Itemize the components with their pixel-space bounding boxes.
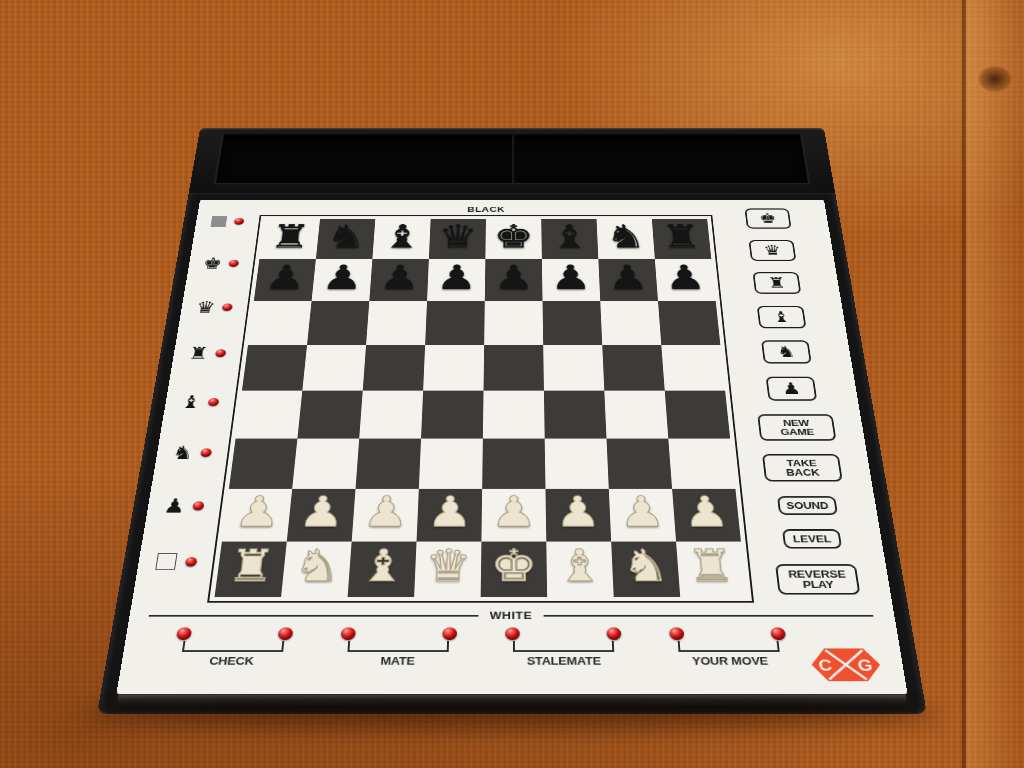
stalemate-indicator-bracket bbox=[513, 641, 614, 652]
white-square-icon bbox=[155, 554, 177, 571]
stalemate-indicator-led-left bbox=[505, 627, 520, 640]
white-knight-piece: ♞ bbox=[620, 544, 670, 588]
knight-indicator: ♞ bbox=[170, 443, 219, 461]
stalemate-indicator-label: STALEMATE bbox=[501, 654, 626, 667]
king-button[interactable]: ♚ bbox=[745, 208, 792, 228]
bishop-button[interactable]: ♝ bbox=[757, 306, 807, 328]
square-c6[interactable] bbox=[366, 301, 427, 345]
square-b1[interactable]: ♞ bbox=[281, 542, 352, 597]
knight-icon: ♞ bbox=[170, 444, 196, 461]
black-king-piece: ♚ bbox=[493, 221, 533, 253]
white-pawn-piece: ♟ bbox=[554, 491, 601, 533]
device-shadow bbox=[80, 698, 943, 729]
status-indicators: CHECKMATESTALEMATEYOUR MOVE bbox=[135, 622, 888, 668]
square-c8[interactable]: ♝ bbox=[372, 219, 430, 259]
square-a1[interactable]: ♜ bbox=[215, 542, 287, 597]
pawn-icon: ♟ bbox=[161, 497, 188, 515]
wood-plank bbox=[966, 0, 1024, 768]
black-rook-piece: ♜ bbox=[660, 221, 703, 253]
king-indicator: ♚ bbox=[201, 256, 245, 271]
square-h1[interactable]: ♜ bbox=[676, 542, 747, 597]
white-pawn-piece: ♟ bbox=[681, 491, 731, 533]
square-h5[interactable] bbox=[661, 345, 725, 391]
black-side-label: BLACK bbox=[260, 205, 713, 215]
square-e2[interactable]: ♟ bbox=[481, 489, 546, 542]
black-square-indicator-led bbox=[234, 218, 244, 225]
square-d2[interactable]: ♟ bbox=[417, 489, 483, 542]
square-h7[interactable]: ♟ bbox=[655, 259, 716, 301]
wooden-table: ♚♛♜♝♞♟ BLACK ♜♞♝♛♚♝♞♜♟♟♟♟♟♟♟♟♟♟♟♟♟♟♟♟♜♞♝… bbox=[0, 0, 1024, 768]
board-area: BLACK ♜♞♝♛♚♝♞♜♟♟♟♟♟♟♟♟♟♟♟♟♟♟♟♟♜♞♝♛♚♝♞♜ bbox=[207, 205, 754, 603]
your-move-indicator-led-right bbox=[770, 627, 786, 640]
check-indicator-label: CHECK bbox=[168, 654, 295, 667]
king-icon: ♚ bbox=[759, 212, 778, 225]
white-bishop-piece: ♝ bbox=[556, 544, 604, 588]
square-g7[interactable]: ♟ bbox=[598, 259, 658, 301]
board-frame: ♜♞♝♛♚♝♞♜♟♟♟♟♟♟♟♟♟♟♟♟♟♟♟♟♜♞♝♛♚♝♞♜ bbox=[207, 215, 754, 603]
black-pawn-piece: ♟ bbox=[320, 261, 364, 294]
mate-indicator-leds bbox=[337, 627, 461, 640]
square-e8[interactable]: ♚ bbox=[485, 219, 541, 259]
square-d7[interactable]: ♟ bbox=[427, 259, 485, 301]
your-move-indicator-bracket bbox=[678, 641, 780, 652]
rook-button[interactable]: ♜ bbox=[753, 272, 802, 294]
square-b5[interactable] bbox=[302, 345, 366, 391]
your-move-indicator-leds bbox=[665, 627, 790, 640]
status-divider: WHITE bbox=[142, 609, 880, 621]
chess-computer: ♚♛♜♝♞♟ BLACK ♜♞♝♛♚♝♞♜♟♟♟♟♟♟♟♟♟♟♟♟♟♟♟♟♜♞♝… bbox=[97, 128, 927, 714]
square-c1[interactable]: ♝ bbox=[348, 542, 417, 597]
square-b8[interactable]: ♞ bbox=[316, 219, 375, 259]
square-d4[interactable] bbox=[421, 391, 483, 439]
square-g8[interactable]: ♞ bbox=[597, 219, 655, 259]
white-square-indicator-led bbox=[185, 557, 198, 566]
queen-indicator: ♛ bbox=[194, 299, 239, 315]
white-pawn-piece: ♟ bbox=[297, 491, 347, 533]
black-rook-piece: ♜ bbox=[268, 221, 312, 253]
check-indicator-leds bbox=[172, 627, 297, 640]
rook-indicator-led bbox=[215, 350, 226, 358]
black-knight-piece: ♞ bbox=[604, 221, 646, 253]
check-indicator-led-left bbox=[176, 627, 192, 640]
svg-text:G: G bbox=[856, 656, 873, 674]
square-f3[interactable] bbox=[545, 439, 609, 489]
knight-indicator-led bbox=[200, 448, 212, 457]
square-f2[interactable]: ♟ bbox=[545, 489, 611, 542]
square-a3[interactable] bbox=[229, 439, 297, 489]
new-game-button[interactable]: NEW GAME bbox=[757, 414, 836, 440]
square-c7[interactable]: ♟ bbox=[369, 259, 429, 301]
knight-icon: ♞ bbox=[776, 344, 796, 359]
square-f4[interactable] bbox=[544, 391, 607, 439]
black-square-icon bbox=[211, 216, 228, 227]
square-f7[interactable]: ♟ bbox=[542, 259, 600, 301]
square-h4[interactable] bbox=[665, 391, 730, 439]
square-a6[interactable] bbox=[248, 301, 312, 345]
check-indicator-led-right bbox=[278, 627, 294, 640]
black-pawn-piece: ♟ bbox=[435, 261, 477, 294]
square-g1[interactable]: ♞ bbox=[611, 542, 680, 597]
square-c2[interactable]: ♟ bbox=[352, 489, 419, 542]
cxg-logo: C G bbox=[806, 644, 886, 685]
black-pawn-piece: ♟ bbox=[263, 261, 308, 294]
check-indicator: CHECK bbox=[168, 627, 297, 667]
queen-button[interactable]: ♛ bbox=[748, 240, 796, 261]
level-button[interactable]: LEVEL bbox=[782, 530, 842, 549]
black-pawn-piece: ♟ bbox=[606, 261, 649, 294]
white-rook-piece: ♜ bbox=[225, 544, 277, 588]
square-a2[interactable]: ♟ bbox=[222, 489, 292, 542]
black-pawn-piece: ♟ bbox=[663, 261, 707, 294]
square-f1[interactable]: ♝ bbox=[546, 542, 613, 597]
reverse-play-button[interactable]: REVERSE PLAY bbox=[775, 564, 860, 594]
rook-icon: ♜ bbox=[767, 276, 787, 290]
square-c4[interactable] bbox=[359, 391, 423, 439]
square-a4[interactable] bbox=[236, 391, 303, 439]
your-move-indicator-label: YOUR MOVE bbox=[667, 654, 793, 667]
square-c3[interactable] bbox=[356, 439, 422, 489]
stalemate-indicator-led-right bbox=[606, 627, 621, 640]
square-d8[interactable]: ♛ bbox=[429, 219, 486, 259]
white-side-label: WHITE bbox=[490, 609, 533, 621]
device-frame: ♚♛♜♝♞♟ BLACK ♜♞♝♛♚♝♞♜♟♟♟♟♟♟♟♟♟♟♟♟♟♟♟♟♜♞♝… bbox=[97, 193, 927, 714]
square-c5[interactable] bbox=[363, 345, 425, 391]
pawn-indicator: ♟ bbox=[161, 496, 211, 515]
your-move-indicator-led-left bbox=[669, 627, 684, 640]
square-h3[interactable] bbox=[668, 439, 735, 489]
square-g5[interactable] bbox=[602, 345, 664, 391]
stalemate-indicator-leds bbox=[501, 627, 625, 640]
black-pawn-piece: ♟ bbox=[493, 261, 534, 294]
white-pawn-piece: ♟ bbox=[618, 491, 666, 533]
square-b7[interactable]: ♟ bbox=[312, 259, 373, 301]
divider-line-left bbox=[149, 615, 479, 617]
pawn-icon: ♟ bbox=[781, 381, 802, 397]
chess-board: ♜♞♝♛♚♝♞♜♟♟♟♟♟♟♟♟♟♟♟♟♟♟♟♟♜♞♝♛♚♝♞♜ bbox=[215, 219, 747, 597]
square-a5[interactable] bbox=[242, 345, 307, 391]
square-e4[interactable] bbox=[483, 391, 545, 439]
square-a8[interactable]: ♜ bbox=[259, 219, 320, 259]
rook-icon: ♜ bbox=[186, 346, 210, 361]
square-b6[interactable] bbox=[307, 301, 369, 345]
bishop-indicator: ♝ bbox=[178, 393, 226, 411]
mate-indicator-label: MATE bbox=[335, 654, 461, 667]
white-pawn-piece: ♟ bbox=[232, 491, 283, 533]
white-square-indicator bbox=[152, 552, 204, 572]
white-bishop-piece: ♝ bbox=[358, 544, 408, 588]
square-e7[interactable]: ♟ bbox=[485, 259, 543, 301]
mate-indicator: MATE bbox=[335, 627, 461, 667]
square-e3[interactable] bbox=[482, 439, 545, 489]
sound-button[interactable]: SOUND bbox=[777, 496, 838, 515]
square-d6[interactable] bbox=[425, 301, 485, 345]
king-indicator-led bbox=[228, 260, 239, 267]
mate-indicator-bracket bbox=[347, 641, 449, 652]
pawn-indicator-led bbox=[192, 501, 204, 510]
square-g6[interactable] bbox=[600, 301, 661, 345]
pawn-button[interactable]: ♟ bbox=[766, 377, 818, 401]
king-icon: ♚ bbox=[201, 256, 224, 270]
square-b2[interactable]: ♟ bbox=[287, 489, 356, 542]
tray-divider bbox=[512, 135, 514, 182]
wood-plank-seam bbox=[962, 0, 966, 768]
mate-indicator-led-left bbox=[341, 627, 356, 640]
divider-line-right bbox=[544, 615, 874, 617]
black-queen-piece: ♛ bbox=[437, 221, 478, 253]
white-pawn-piece: ♟ bbox=[426, 491, 473, 533]
black-knight-piece: ♞ bbox=[324, 221, 367, 253]
square-d1[interactable]: ♛ bbox=[414, 542, 481, 597]
black-bishop-piece: ♝ bbox=[549, 221, 590, 253]
mate-indicator-led-right bbox=[442, 627, 457, 640]
stalemate-indicator: STALEMATE bbox=[501, 627, 626, 667]
square-h8[interactable]: ♜ bbox=[652, 219, 712, 259]
square-e5[interactable] bbox=[484, 345, 544, 391]
your-move-indicator: YOUR MOVE bbox=[665, 627, 793, 667]
square-d5[interactable] bbox=[423, 345, 484, 391]
white-pawn-piece: ♟ bbox=[491, 491, 537, 533]
square-b3[interactable] bbox=[292, 439, 359, 489]
square-a7[interactable]: ♟ bbox=[254, 259, 316, 301]
white-rook-piece: ♜ bbox=[685, 544, 736, 588]
square-e1[interactable]: ♚ bbox=[481, 542, 548, 597]
queen-indicator-led bbox=[222, 304, 233, 311]
square-b4[interactable] bbox=[297, 391, 362, 439]
queen-icon: ♛ bbox=[194, 300, 218, 315]
white-pawn-piece: ♟ bbox=[361, 491, 409, 533]
square-d3[interactable] bbox=[419, 439, 483, 489]
status-panel: WHITE CHECKMATESTALEMATEYOUR MOVE C G bbox=[131, 609, 890, 687]
bishop-indicator-led bbox=[208, 398, 220, 406]
bishop-icon: ♝ bbox=[178, 394, 203, 410]
square-g2[interactable]: ♟ bbox=[609, 489, 676, 542]
square-f6[interactable] bbox=[543, 301, 603, 345]
bishop-icon: ♝ bbox=[771, 310, 791, 325]
white-knight-piece: ♞ bbox=[291, 544, 342, 588]
control-plate: ♚♛♜♝♞♟ BLACK ♜♞♝♛♚♝♞♜♟♟♟♟♟♟♟♟♟♟♟♟♟♟♟♟♜♞♝… bbox=[116, 200, 907, 695]
take-back-button[interactable]: TAKE BACK bbox=[762, 454, 843, 481]
square-e6[interactable] bbox=[484, 301, 543, 345]
svg-text:C: C bbox=[817, 656, 833, 674]
knight-button[interactable]: ♞ bbox=[761, 341, 812, 364]
tray-recess bbox=[213, 134, 810, 184]
white-king-piece: ♚ bbox=[490, 544, 538, 588]
black-bishop-piece: ♝ bbox=[381, 221, 423, 253]
black-pawn-piece: ♟ bbox=[550, 261, 592, 294]
square-h2[interactable]: ♟ bbox=[672, 489, 741, 542]
square-g3[interactable] bbox=[607, 439, 673, 489]
wood-knot bbox=[978, 66, 1012, 92]
check-indicator-bracket bbox=[182, 641, 284, 652]
square-f5[interactable] bbox=[543, 345, 604, 391]
black-square-indicator bbox=[208, 214, 251, 229]
black-pawn-piece: ♟ bbox=[378, 261, 421, 294]
square-g4[interactable] bbox=[604, 391, 668, 439]
rook-indicator: ♜ bbox=[186, 345, 233, 362]
square-f8[interactable]: ♝ bbox=[541, 219, 598, 259]
square-h6[interactable] bbox=[658, 301, 720, 345]
queen-icon: ♛ bbox=[763, 243, 782, 257]
piece-storage-tray bbox=[189, 128, 836, 193]
white-queen-piece: ♛ bbox=[424, 544, 472, 588]
